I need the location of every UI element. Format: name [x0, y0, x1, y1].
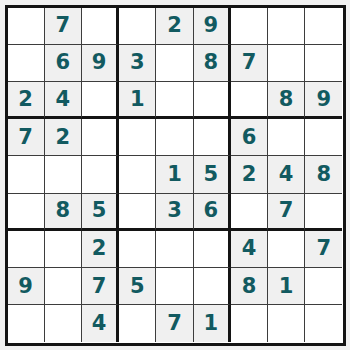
- cell-r4c1[interactable]: 7: [8, 119, 45, 156]
- cell-r8c4[interactable]: 5: [119, 268, 156, 305]
- cell-r4c7[interactable]: 6: [231, 119, 268, 156]
- cell-r8c1[interactable]: 9: [8, 268, 45, 305]
- cell-r5c4[interactable]: [119, 156, 156, 193]
- cell-r3c7[interactable]: [231, 82, 268, 119]
- cell-r2c1[interactable]: [8, 45, 45, 82]
- cell-r2c5[interactable]: [156, 45, 193, 82]
- cell-r6c3[interactable]: 5: [82, 194, 119, 231]
- cell-r3c5[interactable]: [156, 82, 193, 119]
- cell-r3c1[interactable]: 2: [8, 82, 45, 119]
- cell-r2c3[interactable]: 9: [82, 45, 119, 82]
- cell-r4c5[interactable]: [156, 119, 193, 156]
- cell-r1c5[interactable]: 2: [156, 8, 193, 45]
- cell-r6c1[interactable]: [8, 194, 45, 231]
- cell-r3c8[interactable]: 8: [268, 82, 305, 119]
- cell-r4c2[interactable]: 2: [45, 119, 82, 156]
- cell-r6c8[interactable]: 7: [268, 194, 305, 231]
- cell-r6c7[interactable]: [231, 194, 268, 231]
- cell-r9c6[interactable]: 1: [194, 305, 231, 342]
- cell-r3c4[interactable]: 1: [119, 82, 156, 119]
- cell-r9c3[interactable]: 4: [82, 305, 119, 342]
- cell-r7c3[interactable]: 2: [82, 231, 119, 268]
- cell-r9c2[interactable]: [45, 305, 82, 342]
- cell-r4c4[interactable]: [119, 119, 156, 156]
- cell-r3c3[interactable]: [82, 82, 119, 119]
- cell-r3c6[interactable]: [194, 82, 231, 119]
- cell-r7c1[interactable]: [8, 231, 45, 268]
- cell-r7c7[interactable]: 4: [231, 231, 268, 268]
- cell-r8c6[interactable]: [194, 268, 231, 305]
- cell-r9c4[interactable]: [119, 305, 156, 342]
- cell-r9c9[interactable]: [305, 305, 342, 342]
- cell-r7c6[interactable]: [194, 231, 231, 268]
- cell-r2c4[interactable]: 3: [119, 45, 156, 82]
- cell-r1c7[interactable]: [231, 8, 268, 45]
- cell-r5c7[interactable]: 2: [231, 156, 268, 193]
- cell-r1c3[interactable]: [82, 8, 119, 45]
- cell-r1c4[interactable]: [119, 8, 156, 45]
- cell-r9c1[interactable]: [8, 305, 45, 342]
- cell-r5c8[interactable]: 4: [268, 156, 305, 193]
- cell-r2c9[interactable]: [305, 45, 342, 82]
- cell-r5c6[interactable]: 5: [194, 156, 231, 193]
- sudoku-page: 7296938724189726152488536724797581471: [0, 0, 350, 350]
- cell-r5c5[interactable]: 1: [156, 156, 193, 193]
- cell-r2c2[interactable]: 6: [45, 45, 82, 82]
- cell-r4c6[interactable]: [194, 119, 231, 156]
- cell-r4c8[interactable]: [268, 119, 305, 156]
- cell-r9c7[interactable]: [231, 305, 268, 342]
- cell-r1c6[interactable]: 9: [194, 8, 231, 45]
- cell-r6c2[interactable]: 8: [45, 194, 82, 231]
- cell-r6c6[interactable]: 6: [194, 194, 231, 231]
- cell-r6c9[interactable]: [305, 194, 342, 231]
- sudoku-board: 7296938724189726152488536724797581471: [5, 5, 346, 346]
- cell-r1c8[interactable]: [268, 8, 305, 45]
- cell-r8c8[interactable]: 1: [268, 268, 305, 305]
- cell-r7c8[interactable]: [268, 231, 305, 268]
- cell-r4c9[interactable]: [305, 119, 342, 156]
- cell-r5c2[interactable]: [45, 156, 82, 193]
- cell-r2c6[interactable]: 8: [194, 45, 231, 82]
- cell-r4c3[interactable]: [82, 119, 119, 156]
- cell-r1c2[interactable]: 7: [45, 8, 82, 45]
- cell-r6c5[interactable]: 3: [156, 194, 193, 231]
- cell-r7c9[interactable]: 7: [305, 231, 342, 268]
- cell-r7c4[interactable]: [119, 231, 156, 268]
- cell-r8c9[interactable]: [305, 268, 342, 305]
- cell-r7c2[interactable]: [45, 231, 82, 268]
- cell-r9c8[interactable]: [268, 305, 305, 342]
- cell-r1c1[interactable]: [8, 8, 45, 45]
- cell-r3c9[interactable]: 9: [305, 82, 342, 119]
- cell-r5c1[interactable]: [8, 156, 45, 193]
- cell-r2c7[interactable]: 7: [231, 45, 268, 82]
- cell-r2c8[interactable]: [268, 45, 305, 82]
- cell-r8c2[interactable]: [45, 268, 82, 305]
- cell-r3c2[interactable]: 4: [45, 82, 82, 119]
- cell-r8c7[interactable]: 8: [231, 268, 268, 305]
- cell-r5c3[interactable]: [82, 156, 119, 193]
- cell-r8c5[interactable]: [156, 268, 193, 305]
- cell-r7c5[interactable]: [156, 231, 193, 268]
- cell-r5c9[interactable]: 8: [305, 156, 342, 193]
- cell-r9c5[interactable]: 7: [156, 305, 193, 342]
- cell-r8c3[interactable]: 7: [82, 268, 119, 305]
- cell-r1c9[interactable]: [305, 8, 342, 45]
- cell-r6c4[interactable]: [119, 194, 156, 231]
